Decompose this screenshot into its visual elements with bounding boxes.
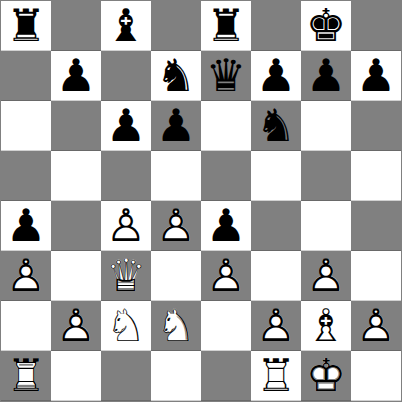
black-pawn-piece: ♟︎ [101, 101, 151, 151]
black-knight-piece: ♞︎ [251, 101, 301, 151]
white-rook-piece: ♜︎♖︎ [251, 351, 301, 401]
black-pawn-piece: ♟︎ [301, 51, 351, 101]
square-h8[interactable] [351, 1, 401, 51]
white-bishop-piece: ♝︎♗︎ [301, 301, 351, 351]
piece-fill: ♟︎ [151, 101, 201, 151]
square-g1[interactable]: ♚︎♔︎ [301, 351, 351, 401]
square-a4[interactable]: ♟︎ [1, 201, 51, 251]
square-f8[interactable] [251, 1, 301, 51]
piece-outline: ♙︎ [201, 251, 251, 301]
square-d5[interactable] [151, 151, 201, 201]
square-c5[interactable] [101, 151, 151, 201]
white-pawn-piece: ♟︎♙︎ [1, 251, 51, 301]
square-b4[interactable] [51, 201, 101, 251]
piece-fill: ♜︎ [1, 1, 51, 51]
black-queen-piece: ♛︎ [201, 51, 251, 101]
square-e1[interactable] [201, 351, 251, 401]
piece-fill: ♟︎ [351, 51, 401, 101]
white-pawn-piece: ♟︎♙︎ [151, 201, 201, 251]
square-h2[interactable]: ♟︎♙︎ [351, 301, 401, 351]
piece-outline: ♘︎ [101, 301, 151, 351]
square-b8[interactable] [51, 1, 101, 51]
square-f4[interactable] [251, 201, 301, 251]
square-a2[interactable] [1, 301, 51, 351]
square-h1[interactable] [351, 351, 401, 401]
piece-outline: ♔︎ [301, 351, 351, 401]
white-pawn-piece: ♟︎♙︎ [101, 201, 151, 251]
square-d7[interactable]: ♞︎ [151, 51, 201, 101]
square-c8[interactable]: ♝︎ [101, 1, 151, 51]
piece-outline: ♙︎ [1, 251, 51, 301]
white-pawn-piece: ♟︎♙︎ [351, 301, 401, 351]
piece-outline: ♙︎ [251, 301, 301, 351]
square-b7[interactable]: ♟︎ [51, 51, 101, 101]
square-g2[interactable]: ♝︎♗︎ [301, 301, 351, 351]
black-pawn-piece: ♟︎ [1, 201, 51, 251]
square-g4[interactable] [301, 201, 351, 251]
white-rook-piece: ♜︎♖︎ [1, 351, 51, 401]
square-c6[interactable]: ♟︎ [101, 101, 151, 151]
square-e7[interactable]: ♛︎ [201, 51, 251, 101]
piece-fill: ♞︎ [151, 51, 201, 101]
square-e5[interactable] [201, 151, 251, 201]
square-a8[interactable]: ♜︎ [1, 1, 51, 51]
square-g6[interactable] [301, 101, 351, 151]
piece-outline: ♙︎ [351, 301, 401, 351]
piece-fill: ♟︎ [201, 201, 251, 251]
square-h7[interactable]: ♟︎ [351, 51, 401, 101]
black-pawn-piece: ♟︎ [201, 201, 251, 251]
white-pawn-piece: ♟︎♙︎ [201, 251, 251, 301]
white-pawn-piece: ♟︎♙︎ [301, 251, 351, 301]
black-pawn-piece: ♟︎ [351, 51, 401, 101]
square-d1[interactable] [151, 351, 201, 401]
square-e8[interactable]: ♜︎ [201, 1, 251, 51]
square-f6[interactable]: ♞︎ [251, 101, 301, 151]
chess-board: ♜︎♝︎♜︎♚︎♟︎♞︎♛︎♟︎♟︎♟︎♟︎♟︎♞︎♟︎♟︎♙︎♟︎♙︎♟︎♟︎… [1, 1, 401, 401]
square-f1[interactable]: ♜︎♖︎ [251, 351, 301, 401]
square-d3[interactable] [151, 251, 201, 301]
square-a6[interactable] [1, 101, 51, 151]
black-rook-piece: ♜︎ [201, 1, 251, 51]
square-h6[interactable] [351, 101, 401, 151]
square-d8[interactable] [151, 1, 201, 51]
piece-outline: ♙︎ [101, 201, 151, 251]
square-f5[interactable] [251, 151, 301, 201]
square-b2[interactable]: ♟︎♙︎ [51, 301, 101, 351]
square-d6[interactable]: ♟︎ [151, 101, 201, 151]
piece-outline: ♖︎ [1, 351, 51, 401]
square-g3[interactable]: ♟︎♙︎ [301, 251, 351, 301]
square-d4[interactable]: ♟︎♙︎ [151, 201, 201, 251]
square-f2[interactable]: ♟︎♙︎ [251, 301, 301, 351]
black-pawn-piece: ♟︎ [151, 101, 201, 151]
black-pawn-piece: ♟︎ [251, 51, 301, 101]
square-e4[interactable]: ♟︎ [201, 201, 251, 251]
white-pawn-piece: ♟︎♙︎ [251, 301, 301, 351]
black-rook-piece: ♜︎ [1, 1, 51, 51]
square-d2[interactable]: ♞︎♘︎ [151, 301, 201, 351]
square-h3[interactable] [351, 251, 401, 301]
piece-outline: ♙︎ [51, 301, 101, 351]
square-c3[interactable]: ♛︎♕︎ [101, 251, 151, 301]
piece-fill: ♟︎ [251, 51, 301, 101]
square-b3[interactable] [51, 251, 101, 301]
piece-fill: ♟︎ [301, 51, 351, 101]
white-pawn-piece: ♟︎♙︎ [51, 301, 101, 351]
piece-fill: ♟︎ [1, 201, 51, 251]
piece-fill: ♞︎ [251, 101, 301, 151]
square-e3[interactable]: ♟︎♙︎ [201, 251, 251, 301]
piece-outline: ♖︎ [251, 351, 301, 401]
square-a1[interactable]: ♜︎♖︎ [1, 351, 51, 401]
square-c2[interactable]: ♞︎♘︎ [101, 301, 151, 351]
square-f3[interactable] [251, 251, 301, 301]
square-h4[interactable] [351, 201, 401, 251]
piece-outline: ♘︎ [151, 301, 201, 351]
square-b1[interactable] [51, 351, 101, 401]
square-c7[interactable] [101, 51, 151, 101]
black-pawn-piece: ♟︎ [51, 51, 101, 101]
black-king-piece: ♚︎ [301, 1, 351, 51]
square-b5[interactable] [51, 151, 101, 201]
piece-outline: ♗︎ [301, 301, 351, 351]
chess-board-frame: ♜︎♝︎♜︎♚︎♟︎♞︎♛︎♟︎♟︎♟︎♟︎♟︎♞︎♟︎♟︎♙︎♟︎♙︎♟︎♟︎… [0, 0, 402, 402]
piece-fill: ♟︎ [51, 51, 101, 101]
black-bishop-piece: ♝︎ [101, 1, 151, 51]
square-b6[interactable] [51, 101, 101, 151]
square-a5[interactable] [1, 151, 51, 201]
white-queen-piece: ♛︎♕︎ [101, 251, 151, 301]
square-a3[interactable]: ♟︎♙︎ [1, 251, 51, 301]
piece-fill: ♛︎ [201, 51, 251, 101]
square-e6[interactable] [201, 101, 251, 151]
piece-fill: ♝︎ [101, 1, 151, 51]
square-g5[interactable] [301, 151, 351, 201]
piece-outline: ♕︎ [101, 251, 151, 301]
square-h5[interactable] [351, 151, 401, 201]
square-g7[interactable]: ♟︎ [301, 51, 351, 101]
square-f7[interactable]: ♟︎ [251, 51, 301, 101]
white-king-piece: ♚︎♔︎ [301, 351, 351, 401]
square-c1[interactable] [101, 351, 151, 401]
square-a7[interactable] [1, 51, 51, 101]
black-knight-piece: ♞︎ [151, 51, 201, 101]
white-knight-piece: ♞︎♘︎ [151, 301, 201, 351]
square-g8[interactable]: ♚︎ [301, 1, 351, 51]
piece-fill: ♜︎ [201, 1, 251, 51]
piece-fill: ♚︎ [301, 1, 351, 51]
white-knight-piece: ♞︎♘︎ [101, 301, 151, 351]
piece-fill: ♟︎ [101, 101, 151, 151]
square-c4[interactable]: ♟︎♙︎ [101, 201, 151, 251]
piece-outline: ♙︎ [151, 201, 201, 251]
square-e2[interactable] [201, 301, 251, 351]
piece-outline: ♙︎ [301, 251, 351, 301]
